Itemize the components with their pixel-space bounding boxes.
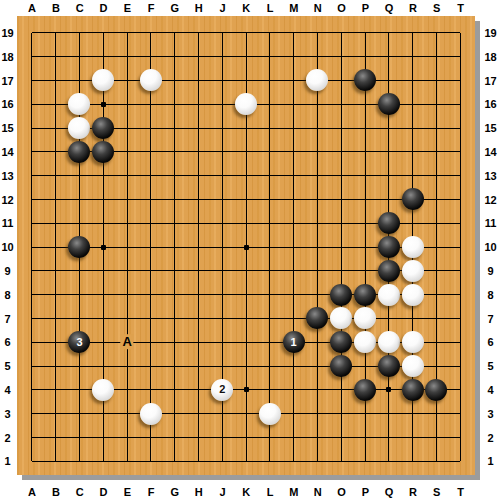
board-point-P12[interactable]	[353, 188, 377, 212]
board-point-B7[interactable]	[44, 307, 68, 331]
board-point-N11[interactable]	[306, 211, 330, 235]
board-point-C7[interactable]	[68, 307, 92, 331]
board-point-C14[interactable]	[68, 140, 92, 164]
board-point-O9[interactable]	[329, 259, 353, 283]
board-point-A7[interactable]	[20, 307, 44, 331]
board-point-J13[interactable]	[210, 164, 234, 188]
board-point-F6[interactable]	[139, 330, 163, 354]
board-point-G6[interactable]	[163, 330, 187, 354]
board-point-O12[interactable]	[329, 188, 353, 212]
board-point-C16[interactable]	[68, 92, 92, 116]
board-point-N1[interactable]	[306, 449, 330, 473]
board-point-L17[interactable]	[258, 69, 282, 93]
board-point-S19[interactable]	[425, 21, 449, 45]
board-point-M6[interactable]: 1	[282, 330, 306, 354]
board-point-H12[interactable]	[187, 188, 211, 212]
board-point-O4[interactable]	[329, 378, 353, 402]
board-point-A4[interactable]	[20, 378, 44, 402]
board-point-C18[interactable]	[68, 45, 92, 69]
board-point-Q7[interactable]	[377, 307, 401, 331]
board-point-B10[interactable]	[44, 235, 68, 259]
board-point-K7[interactable]	[234, 307, 258, 331]
board-point-Q1[interactable]	[377, 449, 401, 473]
board-point-K18[interactable]	[234, 45, 258, 69]
board-point-M1[interactable]	[282, 449, 306, 473]
board-point-T14[interactable]	[448, 140, 472, 164]
board-point-R3[interactable]	[401, 402, 425, 426]
board-point-D6[interactable]	[91, 330, 115, 354]
board-point-B16[interactable]	[44, 92, 68, 116]
board-point-M12[interactable]	[282, 188, 306, 212]
board-point-L1[interactable]	[258, 449, 282, 473]
board-point-F3[interactable]	[139, 402, 163, 426]
board-point-B9[interactable]	[44, 259, 68, 283]
board-point-B6[interactable]	[44, 330, 68, 354]
board-point-J4[interactable]: 2	[210, 378, 234, 402]
board-point-J3[interactable]	[210, 402, 234, 426]
board-point-K17[interactable]	[234, 69, 258, 93]
board-point-C11[interactable]	[68, 211, 92, 235]
board-point-G12[interactable]	[163, 188, 187, 212]
board-point-T6[interactable]	[448, 330, 472, 354]
board-point-Q14[interactable]	[377, 140, 401, 164]
board-point-A9[interactable]	[20, 259, 44, 283]
board-point-P4[interactable]	[353, 378, 377, 402]
board-point-O3[interactable]	[329, 402, 353, 426]
board-point-M4[interactable]	[282, 378, 306, 402]
board-point-H16[interactable]	[187, 92, 211, 116]
board-point-C5[interactable]	[68, 354, 92, 378]
board-point-R16[interactable]	[401, 92, 425, 116]
board-point-D12[interactable]	[91, 188, 115, 212]
board-point-Q4[interactable]	[377, 378, 401, 402]
board-point-A3[interactable]	[20, 402, 44, 426]
board-point-B19[interactable]	[44, 21, 68, 45]
board-point-L15[interactable]	[258, 116, 282, 140]
board-point-H15[interactable]	[187, 116, 211, 140]
board-point-G13[interactable]	[163, 164, 187, 188]
board-point-T15[interactable]	[448, 116, 472, 140]
board-point-H3[interactable]	[187, 402, 211, 426]
board-point-S1[interactable]	[425, 449, 449, 473]
board-point-S13[interactable]	[425, 164, 449, 188]
board-point-D11[interactable]	[91, 211, 115, 235]
board-point-Q16[interactable]	[377, 92, 401, 116]
board-point-S11[interactable]	[425, 211, 449, 235]
board-point-R11[interactable]	[401, 211, 425, 235]
board-point-D15[interactable]	[91, 116, 115, 140]
board-point-J12[interactable]	[210, 188, 234, 212]
board-point-S6[interactable]	[425, 330, 449, 354]
board-point-C19[interactable]	[68, 21, 92, 45]
board-point-K10[interactable]	[234, 235, 258, 259]
board-point-E9[interactable]	[115, 259, 139, 283]
board-point-P8[interactable]	[353, 283, 377, 307]
board-point-H7[interactable]	[187, 307, 211, 331]
board-point-A13[interactable]	[20, 164, 44, 188]
board-point-K14[interactable]	[234, 140, 258, 164]
board-point-K15[interactable]	[234, 116, 258, 140]
board-point-C3[interactable]	[68, 402, 92, 426]
board-point-G8[interactable]	[163, 283, 187, 307]
board-point-P18[interactable]	[353, 45, 377, 69]
board-point-S5[interactable]	[425, 354, 449, 378]
board-point-E12[interactable]	[115, 188, 139, 212]
board-point-L14[interactable]	[258, 140, 282, 164]
board-point-F9[interactable]	[139, 259, 163, 283]
board-point-C13[interactable]	[68, 164, 92, 188]
board-point-D13[interactable]	[91, 164, 115, 188]
board-point-T2[interactable]	[448, 426, 472, 450]
board-point-M16[interactable]	[282, 92, 306, 116]
board-point-A6[interactable]	[20, 330, 44, 354]
board-point-J18[interactable]	[210, 45, 234, 69]
board-point-O2[interactable]	[329, 426, 353, 450]
board-point-O16[interactable]	[329, 92, 353, 116]
board-point-G1[interactable]	[163, 449, 187, 473]
board-point-K1[interactable]	[234, 449, 258, 473]
board-point-R4[interactable]	[401, 378, 425, 402]
board-point-M15[interactable]	[282, 116, 306, 140]
board-point-Q6[interactable]	[377, 330, 401, 354]
board-point-T8[interactable]	[448, 283, 472, 307]
board-point-T9[interactable]	[448, 259, 472, 283]
board-point-E11[interactable]	[115, 211, 139, 235]
board-point-J1[interactable]	[210, 449, 234, 473]
board-point-O11[interactable]	[329, 211, 353, 235]
board-point-P9[interactable]	[353, 259, 377, 283]
board-point-F7[interactable]	[139, 307, 163, 331]
board-point-A16[interactable]	[20, 92, 44, 116]
board-point-L18[interactable]	[258, 45, 282, 69]
board-point-C12[interactable]	[68, 188, 92, 212]
board-point-F11[interactable]	[139, 211, 163, 235]
board-point-A8[interactable]	[20, 283, 44, 307]
board-point-L11[interactable]	[258, 211, 282, 235]
board-point-C9[interactable]	[68, 259, 92, 283]
board-point-H9[interactable]	[187, 259, 211, 283]
board-point-D5[interactable]	[91, 354, 115, 378]
board-point-F4[interactable]	[139, 378, 163, 402]
board-point-T17[interactable]	[448, 69, 472, 93]
board-point-R13[interactable]	[401, 164, 425, 188]
board-point-R7[interactable]	[401, 307, 425, 331]
board-point-E3[interactable]	[115, 402, 139, 426]
board-point-B15[interactable]	[44, 116, 68, 140]
board-point-P16[interactable]	[353, 92, 377, 116]
board-point-L7[interactable]	[258, 307, 282, 331]
board-point-J8[interactable]	[210, 283, 234, 307]
board-point-L16[interactable]	[258, 92, 282, 116]
board-point-R19[interactable]	[401, 21, 425, 45]
board-point-T7[interactable]	[448, 307, 472, 331]
board-point-A11[interactable]	[20, 211, 44, 235]
board-point-G17[interactable]	[163, 69, 187, 93]
board-point-E2[interactable]	[115, 426, 139, 450]
board-point-T5[interactable]	[448, 354, 472, 378]
board-point-K9[interactable]	[234, 259, 258, 283]
board-point-K13[interactable]	[234, 164, 258, 188]
board-point-H2[interactable]	[187, 426, 211, 450]
board-point-F12[interactable]	[139, 188, 163, 212]
board-point-E19[interactable]	[115, 21, 139, 45]
board-point-O8[interactable]	[329, 283, 353, 307]
board-point-E16[interactable]	[115, 92, 139, 116]
board-point-E7[interactable]	[115, 307, 139, 331]
board-point-C1[interactable]	[68, 449, 92, 473]
board-point-J15[interactable]	[210, 116, 234, 140]
board-point-N3[interactable]	[306, 402, 330, 426]
board-point-Q8[interactable]	[377, 283, 401, 307]
board-point-N18[interactable]	[306, 45, 330, 69]
board-point-Q15[interactable]	[377, 116, 401, 140]
board-point-O18[interactable]	[329, 45, 353, 69]
board-point-D9[interactable]	[91, 259, 115, 283]
board-point-C15[interactable]	[68, 116, 92, 140]
board-point-S17[interactable]	[425, 69, 449, 93]
board-point-T19[interactable]	[448, 21, 472, 45]
board-point-A18[interactable]	[20, 45, 44, 69]
board-point-A1[interactable]	[20, 449, 44, 473]
board-point-P17[interactable]	[353, 69, 377, 93]
board-point-C10[interactable]	[68, 235, 92, 259]
board-point-A17[interactable]	[20, 69, 44, 93]
board-point-G15[interactable]	[163, 116, 187, 140]
board-point-L12[interactable]	[258, 188, 282, 212]
board-point-S3[interactable]	[425, 402, 449, 426]
board-point-E8[interactable]	[115, 283, 139, 307]
board-point-M18[interactable]	[282, 45, 306, 69]
board-point-M8[interactable]	[282, 283, 306, 307]
board-point-S18[interactable]	[425, 45, 449, 69]
board-point-L5[interactable]	[258, 354, 282, 378]
board-point-Q19[interactable]	[377, 21, 401, 45]
board-point-B13[interactable]	[44, 164, 68, 188]
board-point-R12[interactable]	[401, 188, 425, 212]
board-point-G9[interactable]	[163, 259, 187, 283]
board-point-A5[interactable]	[20, 354, 44, 378]
board-point-R18[interactable]	[401, 45, 425, 69]
board-point-P2[interactable]	[353, 426, 377, 450]
board-point-B1[interactable]	[44, 449, 68, 473]
board-point-N4[interactable]	[306, 378, 330, 402]
board-point-N17[interactable]	[306, 69, 330, 93]
board-point-J10[interactable]	[210, 235, 234, 259]
board-point-A12[interactable]	[20, 188, 44, 212]
board-point-O1[interactable]	[329, 449, 353, 473]
board-point-G18[interactable]	[163, 45, 187, 69]
board-point-H5[interactable]	[187, 354, 211, 378]
board-point-J17[interactable]	[210, 69, 234, 93]
board-point-E15[interactable]	[115, 116, 139, 140]
board-point-B18[interactable]	[44, 45, 68, 69]
board-point-O6[interactable]	[329, 330, 353, 354]
board-point-K5[interactable]	[234, 354, 258, 378]
board-point-H18[interactable]	[187, 45, 211, 69]
board-point-N2[interactable]	[306, 426, 330, 450]
board-point-J2[interactable]	[210, 426, 234, 450]
board-point-H14[interactable]	[187, 140, 211, 164]
board-point-M3[interactable]	[282, 402, 306, 426]
board-point-N9[interactable]	[306, 259, 330, 283]
board-point-G19[interactable]	[163, 21, 187, 45]
board-point-F5[interactable]	[139, 354, 163, 378]
board-point-T16[interactable]	[448, 92, 472, 116]
board-point-M19[interactable]	[282, 21, 306, 45]
board-point-N7[interactable]	[306, 307, 330, 331]
board-point-E6[interactable]: A	[115, 330, 139, 354]
board-point-R10[interactable]	[401, 235, 425, 259]
board-point-F1[interactable]	[139, 449, 163, 473]
board-point-H8[interactable]	[187, 283, 211, 307]
board-point-O17[interactable]	[329, 69, 353, 93]
board-point-L19[interactable]	[258, 21, 282, 45]
board-point-R14[interactable]	[401, 140, 425, 164]
board-point-B14[interactable]	[44, 140, 68, 164]
board-point-G3[interactable]	[163, 402, 187, 426]
board-point-E18[interactable]	[115, 45, 139, 69]
board-point-S4[interactable]	[425, 378, 449, 402]
board-point-T4[interactable]	[448, 378, 472, 402]
board-point-S9[interactable]	[425, 259, 449, 283]
board-point-J14[interactable]	[210, 140, 234, 164]
board-point-G4[interactable]	[163, 378, 187, 402]
board-point-E1[interactable]	[115, 449, 139, 473]
board-point-L6[interactable]	[258, 330, 282, 354]
board-point-C8[interactable]	[68, 283, 92, 307]
board-point-T13[interactable]	[448, 164, 472, 188]
board-point-L3[interactable]	[258, 402, 282, 426]
board-point-D1[interactable]	[91, 449, 115, 473]
board-point-N16[interactable]	[306, 92, 330, 116]
board-point-H6[interactable]	[187, 330, 211, 354]
board-point-P5[interactable]	[353, 354, 377, 378]
board-point-J9[interactable]	[210, 259, 234, 283]
board-point-M9[interactable]	[282, 259, 306, 283]
board-point-P7[interactable]	[353, 307, 377, 331]
board-point-N8[interactable]	[306, 283, 330, 307]
board-point-F16[interactable]	[139, 92, 163, 116]
board-point-Q10[interactable]	[377, 235, 401, 259]
board-point-A2[interactable]	[20, 426, 44, 450]
board-point-T3[interactable]	[448, 402, 472, 426]
board-point-Q12[interactable]	[377, 188, 401, 212]
board-point-M2[interactable]	[282, 426, 306, 450]
board-point-F2[interactable]	[139, 426, 163, 450]
board-point-B4[interactable]	[44, 378, 68, 402]
board-point-S15[interactable]	[425, 116, 449, 140]
board-point-D14[interactable]	[91, 140, 115, 164]
board-point-C6[interactable]: 3	[68, 330, 92, 354]
board-point-S10[interactable]	[425, 235, 449, 259]
board-point-G2[interactable]	[163, 426, 187, 450]
board-point-N15[interactable]	[306, 116, 330, 140]
board-point-Q13[interactable]	[377, 164, 401, 188]
board-point-O13[interactable]	[329, 164, 353, 188]
board-point-O19[interactable]	[329, 21, 353, 45]
board-point-A15[interactable]	[20, 116, 44, 140]
board-point-G5[interactable]	[163, 354, 187, 378]
board-point-M11[interactable]	[282, 211, 306, 235]
board-point-H1[interactable]	[187, 449, 211, 473]
board-point-G11[interactable]	[163, 211, 187, 235]
board-point-P14[interactable]	[353, 140, 377, 164]
board-point-M5[interactable]	[282, 354, 306, 378]
board-point-K11[interactable]	[234, 211, 258, 235]
board-point-N6[interactable]	[306, 330, 330, 354]
board-point-D4[interactable]	[91, 378, 115, 402]
board-point-B12[interactable]	[44, 188, 68, 212]
board-point-D10[interactable]	[91, 235, 115, 259]
board-point-M10[interactable]	[282, 235, 306, 259]
board-point-G10[interactable]	[163, 235, 187, 259]
board-point-L8[interactable]	[258, 283, 282, 307]
board-point-P6[interactable]	[353, 330, 377, 354]
board-point-O5[interactable]	[329, 354, 353, 378]
board-point-C17[interactable]	[68, 69, 92, 93]
board-point-O10[interactable]	[329, 235, 353, 259]
board-point-Q11[interactable]	[377, 211, 401, 235]
board-point-B17[interactable]	[44, 69, 68, 93]
board-point-T10[interactable]	[448, 235, 472, 259]
board-point-M7[interactable]	[282, 307, 306, 331]
board-point-P15[interactable]	[353, 116, 377, 140]
board-point-D2[interactable]	[91, 426, 115, 450]
board-point-B2[interactable]	[44, 426, 68, 450]
board-point-F10[interactable]	[139, 235, 163, 259]
board-point-H4[interactable]	[187, 378, 211, 402]
board-point-J5[interactable]	[210, 354, 234, 378]
board-point-H13[interactable]	[187, 164, 211, 188]
board-point-S7[interactable]	[425, 307, 449, 331]
board-point-N10[interactable]	[306, 235, 330, 259]
board-point-K3[interactable]	[234, 402, 258, 426]
board-point-F17[interactable]	[139, 69, 163, 93]
board-point-D17[interactable]	[91, 69, 115, 93]
board-point-H17[interactable]	[187, 69, 211, 93]
board-point-O7[interactable]	[329, 307, 353, 331]
board-point-G16[interactable]	[163, 92, 187, 116]
board-point-D3[interactable]	[91, 402, 115, 426]
board-point-L9[interactable]	[258, 259, 282, 283]
board-point-F19[interactable]	[139, 21, 163, 45]
board-point-Q9[interactable]	[377, 259, 401, 283]
board-point-S8[interactable]	[425, 283, 449, 307]
board-point-Q17[interactable]	[377, 69, 401, 93]
board-point-B11[interactable]	[44, 211, 68, 235]
board-point-D8[interactable]	[91, 283, 115, 307]
board-point-N12[interactable]	[306, 188, 330, 212]
board-point-A19[interactable]	[20, 21, 44, 45]
board-point-D16[interactable]	[91, 92, 115, 116]
board-point-Q3[interactable]	[377, 402, 401, 426]
board-point-S16[interactable]	[425, 92, 449, 116]
board-point-E10[interactable]	[115, 235, 139, 259]
board-point-B3[interactable]	[44, 402, 68, 426]
board-point-T11[interactable]	[448, 211, 472, 235]
board-point-R8[interactable]	[401, 283, 425, 307]
board-point-J11[interactable]	[210, 211, 234, 235]
board-point-N19[interactable]	[306, 21, 330, 45]
board-point-K4[interactable]	[234, 378, 258, 402]
board-point-P1[interactable]	[353, 449, 377, 473]
board-point-L10[interactable]	[258, 235, 282, 259]
board-point-E13[interactable]	[115, 164, 139, 188]
board-point-K8[interactable]	[234, 283, 258, 307]
board-point-F8[interactable]	[139, 283, 163, 307]
board-point-Q2[interactable]	[377, 426, 401, 450]
board-point-M13[interactable]	[282, 164, 306, 188]
